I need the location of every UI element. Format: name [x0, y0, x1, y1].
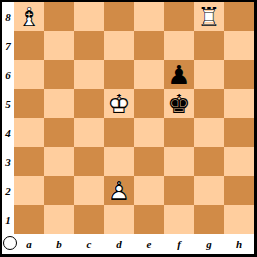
rank-label-2: 2: [2, 176, 14, 205]
square-g7[interactable]: [194, 31, 224, 60]
square-c2[interactable]: [74, 176, 104, 205]
square-a8[interactable]: ♝♗: [14, 2, 44, 31]
file-label-b: b: [44, 234, 74, 254]
chess-diagram-frame: 87654321 ♝♗♜♖♟♚♔♚♟♙ abcdefgh: [0, 0, 257, 257]
square-c1[interactable]: [74, 205, 104, 234]
square-c4[interactable]: [74, 118, 104, 147]
square-d7[interactable]: [104, 31, 134, 60]
file-label-f: f: [164, 234, 194, 254]
square-b4[interactable]: [44, 118, 74, 147]
square-d4[interactable]: [104, 118, 134, 147]
square-h4[interactable]: [224, 118, 254, 147]
rank-label-8: 8: [2, 2, 14, 31]
square-e4[interactable]: [134, 118, 164, 147]
square-c5[interactable]: [74, 89, 104, 118]
square-g5[interactable]: [194, 89, 224, 118]
square-g6[interactable]: [194, 60, 224, 89]
square-g4[interactable]: [194, 118, 224, 147]
file-label-h: h: [224, 234, 254, 254]
black-pawn-f6[interactable]: ♟: [164, 60, 194, 89]
square-e5[interactable]: [134, 89, 164, 118]
square-f3[interactable]: [164, 147, 194, 176]
square-f6[interactable]: ♟: [164, 60, 194, 89]
white-pawn-d2[interactable]: ♙: [104, 176, 134, 205]
square-a5[interactable]: [14, 89, 44, 118]
square-b3[interactable]: [44, 147, 74, 176]
square-h3[interactable]: [224, 147, 254, 176]
square-c7[interactable]: [74, 31, 104, 60]
file-label-d: d: [104, 234, 134, 254]
black-king-f5[interactable]: ♚: [164, 89, 194, 118]
square-c3[interactable]: [74, 147, 104, 176]
diagram-inner: 87654321 ♝♗♜♖♟♚♔♚♟♙ abcdefgh: [2, 2, 254, 254]
square-e1[interactable]: [134, 205, 164, 234]
square-e2[interactable]: [134, 176, 164, 205]
rank-label-3: 3: [2, 147, 14, 176]
square-a7[interactable]: [14, 31, 44, 60]
rank-label-5: 5: [2, 89, 14, 118]
square-a6[interactable]: [14, 60, 44, 89]
square-f4[interactable]: [164, 118, 194, 147]
square-g3[interactable]: [194, 147, 224, 176]
square-h5[interactable]: [224, 89, 254, 118]
white-king-d5[interactable]: ♔: [104, 89, 134, 118]
square-f2[interactable]: [164, 176, 194, 205]
square-b6[interactable]: [44, 60, 74, 89]
square-a1[interactable]: [14, 205, 44, 234]
square-h8[interactable]: [224, 2, 254, 31]
rank-label-4: 4: [2, 118, 14, 147]
square-d3[interactable]: [104, 147, 134, 176]
square-b2[interactable]: [44, 176, 74, 205]
square-a3[interactable]: [14, 147, 44, 176]
square-a2[interactable]: [14, 176, 44, 205]
square-e7[interactable]: [134, 31, 164, 60]
white-rook-g8[interactable]: ♖: [194, 2, 224, 31]
square-f1[interactable]: [164, 205, 194, 234]
square-e8[interactable]: [134, 2, 164, 31]
square-d6[interactable]: [104, 60, 134, 89]
square-h2[interactable]: [224, 176, 254, 205]
square-d8[interactable]: [104, 2, 134, 31]
square-b1[interactable]: [44, 205, 74, 234]
rank-label-6: 6: [2, 60, 14, 89]
square-c6[interactable]: [74, 60, 104, 89]
square-b7[interactable]: [44, 31, 74, 60]
square-d1[interactable]: [104, 205, 134, 234]
square-f7[interactable]: [164, 31, 194, 60]
white-bishop-a8[interactable]: ♗: [14, 2, 44, 31]
rank-label-1: 1: [2, 205, 14, 234]
square-b8[interactable]: [44, 2, 74, 31]
square-h7[interactable]: [224, 31, 254, 60]
square-h1[interactable]: [224, 205, 254, 234]
square-e6[interactable]: [134, 60, 164, 89]
file-labels: abcdefgh: [14, 234, 254, 254]
square-h6[interactable]: [224, 60, 254, 89]
file-label-c: c: [74, 234, 104, 254]
square-d2[interactable]: ♟♙: [104, 176, 134, 205]
square-a4[interactable]: [14, 118, 44, 147]
chess-board[interactable]: ♝♗♜♖♟♚♔♚♟♙: [14, 2, 254, 234]
square-g8[interactable]: ♜♖: [194, 2, 224, 31]
rank-labels: 87654321: [2, 2, 14, 234]
square-g1[interactable]: [194, 205, 224, 234]
square-e3[interactable]: [134, 147, 164, 176]
file-label-a: a: [14, 234, 44, 254]
file-label-g: g: [194, 234, 224, 254]
square-g2[interactable]: [194, 176, 224, 205]
file-label-e: e: [134, 234, 164, 254]
side-to-move-indicator: [3, 236, 17, 250]
square-f8[interactable]: [164, 2, 194, 31]
rank-label-7: 7: [2, 31, 14, 60]
square-f5[interactable]: ♚: [164, 89, 194, 118]
square-c8[interactable]: [74, 2, 104, 31]
square-d5[interactable]: ♚♔: [104, 89, 134, 118]
square-b5[interactable]: [44, 89, 74, 118]
